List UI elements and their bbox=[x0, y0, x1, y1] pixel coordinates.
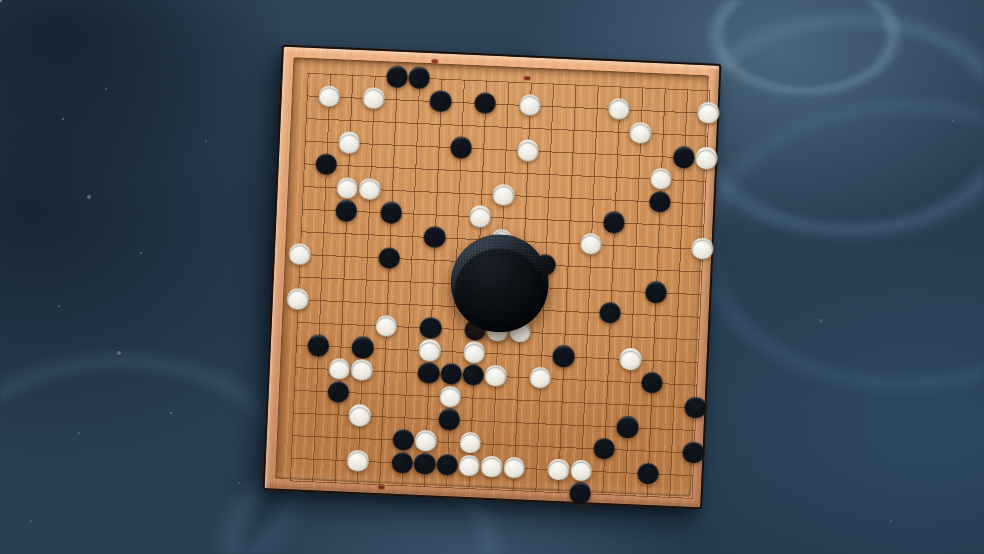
stone-black[interactable]: ● bbox=[641, 372, 663, 394]
stone-black[interactable]: ● bbox=[380, 201, 402, 223]
stone-black[interactable]: ● bbox=[352, 336, 374, 358]
stone-black[interactable]: ● bbox=[386, 65, 408, 87]
stone-white[interactable]: ○ bbox=[459, 432, 481, 454]
stone-black[interactable]: ● bbox=[552, 345, 574, 367]
stone-black[interactable]: ● bbox=[438, 408, 460, 430]
stone-black[interactable]: ● bbox=[637, 462, 659, 484]
stone-white[interactable]: ○ bbox=[547, 458, 569, 480]
stone-white[interactable]: ○ bbox=[503, 456, 525, 478]
stone-black[interactable]: ● bbox=[599, 302, 621, 324]
stone-black[interactable]: ● bbox=[392, 429, 414, 451]
frame-blemish-mark bbox=[378, 485, 385, 489]
stone-white[interactable]: ○ bbox=[580, 233, 602, 255]
stone-black[interactable]: ● bbox=[408, 66, 430, 88]
stone-black[interactable]: ● bbox=[569, 482, 591, 504]
stone-white[interactable]: ○ bbox=[697, 102, 719, 124]
stone-white[interactable]: ○ bbox=[650, 168, 672, 190]
stone-black[interactable]: ● bbox=[335, 199, 357, 221]
stone-black[interactable]: ● bbox=[418, 362, 440, 384]
stone-white[interactable]: ○ bbox=[619, 348, 641, 370]
frame-blemish-mark bbox=[431, 59, 438, 63]
stone-black[interactable]: ● bbox=[593, 438, 615, 460]
stone-white[interactable]: ○ bbox=[415, 430, 437, 452]
stone-black[interactable]: ● bbox=[474, 92, 496, 114]
frame-blemish-mark bbox=[524, 76, 531, 80]
stone-black[interactable]: ● bbox=[645, 281, 667, 303]
stone-white[interactable]: ○ bbox=[463, 341, 485, 363]
board-gridlines[interactable]: ●●○○●●○○○○○●○●○●○○○○●●●○●●○○○○●●●○●○●●○○… bbox=[290, 73, 710, 499]
stone-white[interactable]: ○ bbox=[336, 177, 358, 199]
stone-white[interactable]: ○ bbox=[608, 98, 630, 120]
stone-white[interactable]: ○ bbox=[484, 365, 506, 387]
stone-white[interactable]: ○ bbox=[351, 359, 373, 381]
stone-white[interactable]: ○ bbox=[469, 205, 491, 227]
stone-black[interactable]: ● bbox=[423, 226, 445, 248]
stone-black[interactable]: ● bbox=[616, 416, 638, 438]
stone-white[interactable]: ○ bbox=[328, 358, 350, 380]
stone-white[interactable]: ○ bbox=[359, 178, 381, 200]
stone-white[interactable]: ○ bbox=[347, 449, 369, 471]
stone-black[interactable]: ● bbox=[429, 90, 451, 112]
stone-white[interactable]: ○ bbox=[349, 404, 371, 426]
scene-water-background: ●●○○●●○○○○○●○●○●○○○○●●●○●●○○○○●●●○●○●●○○… bbox=[0, 0, 984, 554]
stone-white[interactable]: ○ bbox=[492, 184, 514, 206]
stone-white[interactable]: ○ bbox=[458, 454, 480, 476]
stone-black[interactable]: ● bbox=[462, 364, 484, 386]
stone-black[interactable]: ● bbox=[307, 334, 329, 356]
stone-white[interactable]: ○ bbox=[439, 385, 461, 407]
stone-black[interactable]: ● bbox=[414, 452, 436, 474]
stone-white[interactable]: ○ bbox=[529, 367, 551, 389]
stone-black[interactable]: ● bbox=[673, 146, 695, 168]
stone-white[interactable]: ○ bbox=[517, 139, 539, 161]
stone-black[interactable]: ● bbox=[603, 211, 625, 233]
stone-white[interactable]: ○ bbox=[318, 85, 340, 107]
stone-white[interactable]: ○ bbox=[481, 455, 503, 477]
stone-white[interactable]: ○ bbox=[287, 288, 309, 310]
stone-black[interactable]: ● bbox=[684, 396, 706, 418]
stone-black[interactable]: ● bbox=[391, 451, 413, 473]
stone-white[interactable]: ○ bbox=[338, 131, 360, 153]
stone-white[interactable]: ○ bbox=[375, 315, 397, 337]
stone-white[interactable]: ○ bbox=[570, 459, 592, 481]
stone-black[interactable]: ● bbox=[450, 136, 472, 158]
stone-white[interactable]: ○ bbox=[629, 121, 651, 143]
giant-black-stone[interactable]: ● bbox=[449, 232, 551, 334]
stone-black[interactable]: ● bbox=[440, 363, 462, 385]
stone-black[interactable]: ● bbox=[649, 190, 671, 212]
stone-black[interactable]: ● bbox=[420, 316, 442, 338]
board-playing-field: ●●○○●●○○○○○●○●○●○○○○●●●○●●○○○○●●●○●○●●○○… bbox=[275, 57, 709, 497]
stone-black[interactable]: ● bbox=[327, 381, 349, 403]
stone-black[interactable]: ● bbox=[436, 453, 458, 475]
stone-white[interactable]: ○ bbox=[691, 238, 713, 260]
stone-black[interactable]: ● bbox=[682, 441, 704, 463]
stone-white[interactable]: ○ bbox=[695, 147, 717, 169]
go-board: ●●○○●●○○○○○●○●○●○○○○●●●○●●○○○○●●●○●○●●○○… bbox=[262, 45, 721, 510]
stone-white[interactable]: ○ bbox=[289, 243, 311, 265]
stone-white[interactable]: ○ bbox=[362, 87, 384, 109]
stone-black[interactable]: ● bbox=[315, 153, 337, 175]
stone-white[interactable]: ○ bbox=[419, 339, 441, 361]
stone-black[interactable]: ● bbox=[378, 247, 400, 269]
stone-white[interactable]: ○ bbox=[519, 94, 541, 116]
